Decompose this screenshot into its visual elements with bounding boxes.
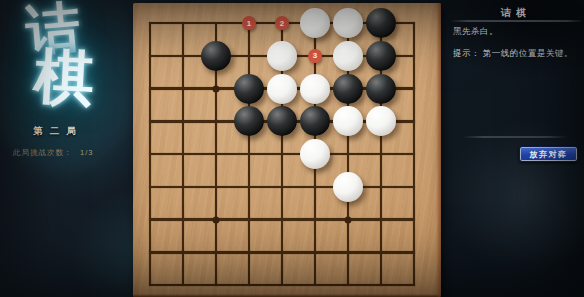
black-stone	[300, 106, 330, 136]
grid-line-horizontal	[149, 218, 416, 221]
black-stone	[267, 106, 297, 136]
tsumego-screen: 诘 棋 第二局 此局挑战次数： 1/3 123 诘棋 黑先杀白。 提示： 第一线…	[0, 0, 584, 297]
white-stone	[300, 139, 330, 169]
black-stone	[234, 74, 264, 104]
hint-text: 提示： 第一线的位置是关键。	[453, 48, 581, 60]
black-stone	[201, 41, 231, 71]
go-board[interactable]: 123	[133, 3, 441, 297]
grid-line-horizontal	[149, 284, 416, 287]
white-stone	[267, 41, 297, 71]
move-marker-3: 3	[308, 49, 322, 63]
black-stone	[366, 8, 396, 38]
white-stone	[333, 41, 363, 71]
white-stone	[300, 8, 330, 38]
white-stone	[267, 74, 297, 104]
white-stone	[333, 172, 363, 202]
left-panel: 诘 棋 第二局 此局挑战次数： 1/3	[0, 0, 132, 297]
grid-line-horizontal	[149, 153, 416, 156]
star-point	[213, 216, 220, 223]
white-stone	[333, 8, 363, 38]
move-marker-2: 2	[275, 16, 289, 30]
attempts-row: 此局挑战次数： 1/3	[13, 148, 123, 160]
calligraphy-title-char2: 棋	[32, 46, 95, 109]
grid-line-horizontal	[149, 186, 416, 189]
attempts-value: 1/3	[80, 148, 93, 157]
white-stone	[300, 74, 330, 104]
move-marker-1: 1	[242, 16, 256, 30]
round-label: 第二局	[0, 125, 116, 138]
grid-line-vertical	[413, 22, 416, 287]
black-stone	[366, 74, 396, 104]
attempts-label: 此局挑战次数：	[13, 148, 73, 157]
star-point	[345, 216, 352, 223]
black-stone	[234, 106, 264, 136]
white-stone	[333, 106, 363, 136]
section-divider	[462, 136, 568, 138]
title-underline	[452, 20, 582, 22]
grid-line-horizontal	[149, 251, 416, 254]
white-stone	[366, 106, 396, 136]
black-stone	[333, 74, 363, 104]
right-panel: 诘棋 黑先杀白。 提示： 第一线的位置是关键。 放弃对弈	[448, 0, 584, 297]
resign-button[interactable]: 放弃对弈	[519, 146, 578, 162]
board-grid[interactable]: 123	[150, 23, 414, 285]
puzzle-title: 诘棋	[448, 6, 584, 20]
objective-text: 黑先杀白。	[453, 26, 498, 38]
black-stone	[366, 41, 396, 71]
star-point	[213, 85, 220, 92]
